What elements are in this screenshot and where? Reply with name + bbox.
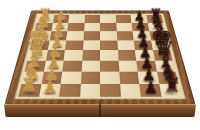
piece-shadow [155,56,170,60]
piece-shadow [157,66,173,71]
board-square [68,15,84,23]
board-square: ♟ [46,50,65,60]
board-square [118,50,137,60]
board-square [81,60,100,71]
board-square [116,31,133,40]
board-square [100,60,119,71]
piece-shadow [24,78,41,83]
board-square: ♟ [134,40,153,50]
chess-set-photo: ♜♟♟♜♞♟♟♞♝♟♟♝♚♟♟♚♛♟♟♛♝♟♟♝♞♟♟♞♜♟♟♜ [0,0,200,130]
piece-shadow [136,45,150,49]
board-square: ♟ [39,84,61,97]
board-square: ♟ [53,15,70,23]
board-square: ♛ [27,50,47,60]
board-square [100,23,116,31]
board-square [118,60,138,71]
board-square [100,31,117,40]
board-square: ♜ [18,84,41,97]
piece-shadow [153,45,168,49]
board-square: ♞ [147,23,165,31]
board-square: ♚ [151,40,170,50]
board-square: ♟ [43,60,63,71]
board-square: ♜ [37,15,54,23]
board-square: ♟ [139,84,161,97]
piece-shadow [162,91,179,96]
board-square [100,15,116,23]
board-square: ♞ [35,23,53,31]
board-square: ♚ [30,40,49,50]
piece-shadow [135,36,149,40]
piece-shadow [49,45,63,49]
hinge-seam [99,104,101,117]
board-square [119,72,139,84]
board-inner-margin: ♜♟♟♜♞♟♟♞♝♟♟♝♚♟♟♚♛♟♟♛♝♟♟♝♞♟♟♞♜♟♟♜ [14,14,186,100]
piece-shadow [29,56,44,60]
board-square: ♟ [138,72,159,84]
board-square [61,72,81,84]
board-square [100,50,118,60]
piece-shadow [51,36,65,40]
board-square [120,84,141,97]
board-square [83,31,100,40]
piece-shadow [150,27,164,30]
board-square [100,84,120,97]
board-square: ♟ [136,60,156,71]
board-square [80,84,100,97]
board-square: ♝ [25,60,46,71]
piece-shadow [45,66,61,71]
board-square [100,72,120,84]
piece-shadow [21,91,38,96]
piece-shadow [53,27,66,30]
board-square [84,23,100,31]
board-square [115,15,131,23]
board-square: ♟ [51,23,68,31]
board-frame: ♜♟♟♜♞♟♟♞♝♟♟♝♚♟♟♚♛♟♟♛♝♟♟♝♞♟♟♞♜♟♟♜ [4,11,195,105]
board-square [65,40,83,50]
board-square: ♝ [32,31,51,40]
board-square: ♟ [49,31,67,40]
board-square: ♜ [146,15,163,23]
piece-shadow [152,36,166,40]
board-square [117,40,135,50]
chess-board: ♜♟♟♜♞♟♟♞♝♟♟♝♚♟♟♚♛♟♟♛♝♟♟♝♞♟♟♞♜♟♟♜ [18,15,181,97]
board-square: ♛ [153,50,173,60]
board-square [116,23,133,31]
board-square [66,31,83,40]
piece-shadow [160,78,177,83]
board-square: ♞ [157,72,179,84]
board-square: ♟ [48,40,67,50]
board-square [67,23,84,31]
piece-shadow [139,66,155,71]
board-square: ♟ [133,31,151,40]
piece-shadow [137,56,152,60]
board-square: ♞ [22,72,44,84]
board-square [82,50,100,60]
board-square [59,84,80,97]
board-square [83,40,101,50]
piece-shadow [34,36,48,40]
board-square [100,40,118,50]
piece-shadow [47,56,62,60]
piece-shadow [27,66,43,71]
board-square: ♟ [41,72,62,84]
board-square: ♝ [154,60,175,71]
board-square: ♟ [131,15,148,23]
piece-shadow [140,78,156,83]
piece-shadow [43,78,59,83]
piece-shadow [36,27,50,30]
board-square: ♟ [132,23,149,31]
board-square [62,60,82,71]
board-square [64,50,83,60]
board-square [80,72,100,84]
piece-shadow [32,45,47,49]
board-square: ♜ [159,84,182,97]
folding-box-side [4,104,196,117]
board-square [84,15,100,23]
piece-shadow [41,91,58,96]
board-square: ♝ [149,31,168,40]
board-square: ♟ [135,50,154,60]
piece-shadow [134,27,147,30]
piece-shadow [142,91,159,96]
